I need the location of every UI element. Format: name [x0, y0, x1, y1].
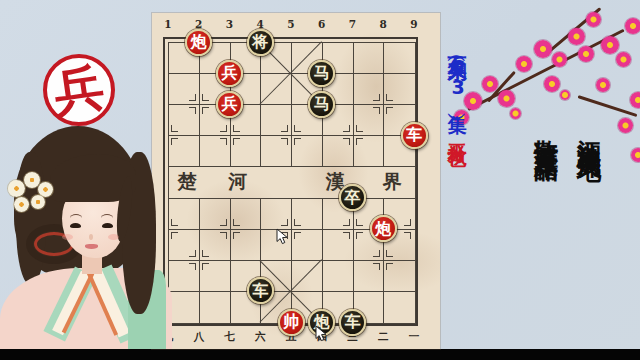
- position-mark: [220, 138, 227, 145]
- position-mark: [281, 125, 288, 132]
- position-mark: [343, 232, 350, 239]
- girl-eyebrow: [101, 214, 113, 222]
- position-mark: [294, 219, 301, 226]
- blossom-branch: [487, 71, 516, 103]
- blossom-branch: [542, 7, 601, 58]
- slogan-left-column: 敬请关注万集精品: [530, 121, 562, 141]
- plum-flower: [578, 46, 594, 62]
- piece-glyph: 炮: [375, 220, 391, 236]
- position-mark: [343, 138, 350, 145]
- position-mark: [202, 263, 209, 270]
- plum-flower: [596, 78, 610, 92]
- piece-black-车[interactable]: 车: [339, 309, 366, 336]
- position-mark: [356, 138, 363, 145]
- position-mark: [189, 94, 196, 101]
- position-mark: [294, 125, 301, 132]
- piece-glyph: 马: [314, 96, 330, 112]
- file-label-bottom: 七: [224, 330, 235, 344]
- plum-flower: [616, 52, 631, 67]
- hair-flower: [8, 180, 25, 197]
- file-label-top: 8: [380, 18, 387, 30]
- piece-black-车[interactable]: 车: [247, 277, 274, 304]
- position-mark: [233, 125, 240, 132]
- position-mark: [171, 138, 178, 145]
- plum-flower: [618, 118, 633, 133]
- position-mark: [373, 263, 380, 270]
- position-mark: [356, 232, 363, 239]
- position-mark: [294, 138, 301, 145]
- position-mark: [202, 94, 209, 101]
- file-label-bottom: 八: [194, 330, 205, 344]
- girl-nose: [89, 234, 93, 240]
- board-overlay: [168, 42, 414, 322]
- position-mark: [281, 138, 288, 145]
- position-mark: [343, 219, 350, 226]
- river-character: 界: [383, 169, 402, 195]
- plum-flower: [552, 52, 567, 67]
- position-mark: [386, 250, 393, 257]
- piece-glyph: 车: [406, 127, 422, 143]
- piece-glyph: 车: [345, 314, 361, 330]
- plum-flower: [516, 56, 532, 72]
- piece-black-将[interactable]: 将: [247, 29, 274, 56]
- mouse-cursor: [315, 325, 327, 342]
- plum-flower: [560, 90, 570, 100]
- position-mark: [171, 219, 178, 226]
- plum-flower: [534, 40, 552, 58]
- piece-red-车[interactable]: 车: [401, 122, 428, 149]
- girl-illustration: [0, 118, 172, 349]
- file-label-top: 7: [349, 18, 356, 30]
- piece-glyph: 将: [252, 34, 268, 50]
- position-mark: [356, 125, 363, 132]
- piece-black-马[interactable]: 马: [308, 60, 335, 87]
- mouse-cursor: [276, 228, 288, 245]
- piece-glyph: 兵: [222, 65, 238, 81]
- position-mark: [233, 219, 240, 226]
- piece-red-帅[interactable]: 帅: [278, 309, 305, 336]
- episode-title: 平分秋色: [447, 128, 469, 136]
- series-caption-column: 万集系列（63集） 平分秋色: [445, 42, 471, 136]
- position-mark: [294, 232, 301, 239]
- girl-blush: [108, 234, 119, 240]
- position-mark: [189, 250, 196, 257]
- position-mark: [171, 232, 178, 239]
- video-thumbnail-stage: 123456789 九八七六五四三二一 楚河漢界 炮将兵马兵马车卒炮车帅炮车 兵…: [0, 0, 640, 360]
- plum-flower: [544, 76, 560, 92]
- xiangqi-board-panel: 123456789 九八七六五四三二一 楚河漢界 炮将兵马兵马车卒炮车帅炮车: [152, 13, 440, 349]
- piece-black-卒[interactable]: 卒: [339, 184, 366, 211]
- position-mark: [281, 219, 288, 226]
- piece-glyph: 帅: [283, 314, 299, 330]
- position-mark: [404, 219, 411, 226]
- position-mark: [171, 125, 178, 132]
- position-mark: [373, 107, 380, 114]
- position-mark: [356, 219, 363, 226]
- position-mark: [404, 232, 411, 239]
- file-label-top: 1: [164, 18, 171, 30]
- bing-seal-badge: 兵: [43, 54, 115, 126]
- plum-flower: [625, 18, 640, 34]
- piece-glyph: 车: [252, 282, 268, 298]
- position-mark: [189, 263, 196, 270]
- file-label-bottom: 六: [255, 330, 266, 344]
- position-mark: [220, 219, 227, 226]
- position-mark: [220, 232, 227, 239]
- piece-glyph: 马: [314, 65, 330, 81]
- plum-flower: [601, 36, 619, 54]
- plum-flower: [586, 12, 601, 27]
- piece-glyph: 卒: [345, 189, 361, 205]
- piece-red-兵[interactable]: 兵: [216, 91, 243, 118]
- plum-flower: [482, 76, 498, 92]
- series-label: 万集系列（63集）: [447, 42, 469, 104]
- plum-flower: [568, 28, 585, 45]
- position-mark: [202, 250, 209, 257]
- position-mark: [220, 125, 227, 132]
- position-mark: [233, 138, 240, 145]
- position-mark: [386, 263, 393, 270]
- river-character: 楚: [178, 169, 197, 195]
- piece-red-兵[interactable]: 兵: [216, 60, 243, 87]
- file-label-top: 9: [410, 18, 417, 30]
- girl-blush: [62, 234, 73, 240]
- girl-eye: [70, 223, 81, 228]
- plum-flower: [510, 108, 521, 119]
- blossom-branch: [467, 29, 624, 111]
- plum-flower: [498, 90, 515, 107]
- piece-red-炮[interactable]: 炮: [370, 215, 397, 242]
- file-label-bottom: 二: [378, 330, 389, 344]
- girl-mouth: [85, 244, 98, 249]
- position-mark: [386, 107, 393, 114]
- file-label-top: 3: [226, 18, 233, 30]
- hair-flower: [14, 197, 29, 212]
- position-mark: [202, 107, 209, 114]
- hair-flower: [31, 195, 45, 209]
- position-mark: [373, 250, 380, 257]
- file-label-top: 5: [287, 18, 294, 30]
- file-label-bottom: 一: [409, 330, 420, 344]
- position-mark: [233, 232, 240, 239]
- position-mark: [386, 94, 393, 101]
- letterbox-bar: [0, 349, 640, 360]
- position-mark: [189, 107, 196, 114]
- girl-eye: [102, 223, 113, 228]
- piece-glyph: 兵: [222, 96, 238, 112]
- piece-red-炮[interactable]: 炮: [185, 29, 212, 56]
- plum-flower: [631, 148, 640, 162]
- blossom-branch: [578, 95, 638, 117]
- river-character: 河: [229, 169, 248, 195]
- piece-glyph: 炮: [191, 34, 207, 50]
- piece-black-马[interactable]: 马: [308, 91, 335, 118]
- position-mark: [373, 94, 380, 101]
- girl-eyebrow: [70, 214, 82, 222]
- plum-blossom-decoration: [448, 0, 640, 200]
- seal-character: 兵: [50, 53, 109, 126]
- plum-flower: [630, 92, 640, 108]
- position-mark: [343, 125, 350, 132]
- file-label-top: 6: [318, 18, 325, 30]
- slogan-right-column: 江湖象棋残局天地: [573, 121, 605, 141]
